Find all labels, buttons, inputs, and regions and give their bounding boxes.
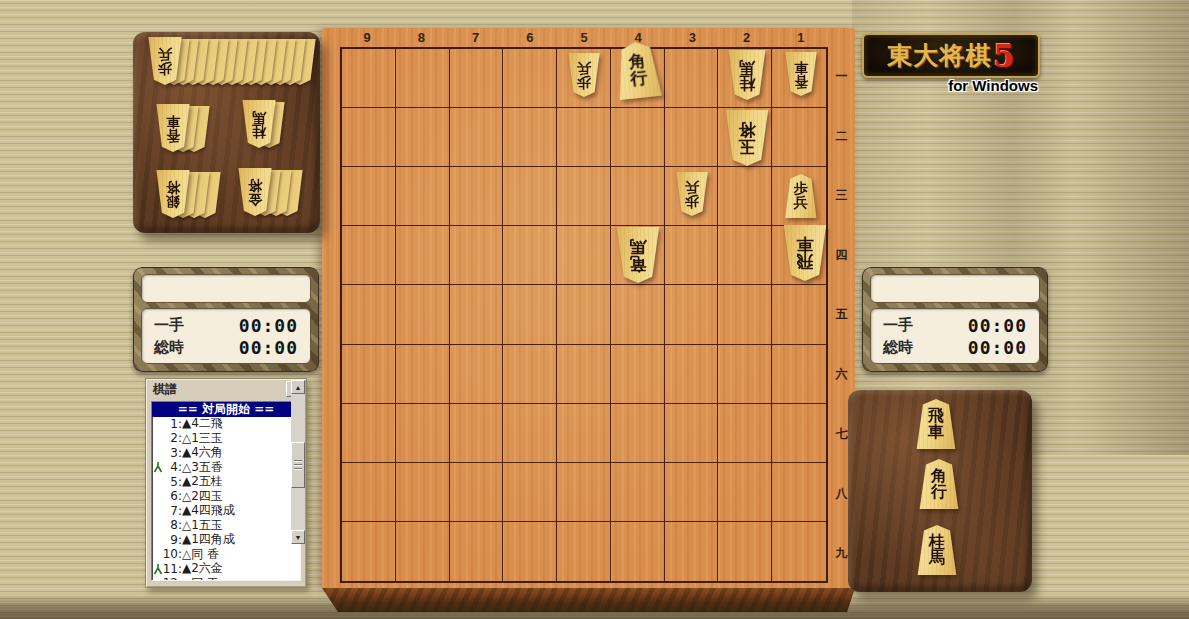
square-8五[interactable] [396,285,450,344]
piece-kanji: 兵 [577,61,591,75]
board-side-edge [322,588,855,612]
clock-panel-right: 一手 00:00 総時 00:00 [862,267,1048,372]
square-5九[interactable] [557,522,611,581]
kifu-move-number: 8: [152,518,182,532]
total-time-label: 総時 [154,338,184,357]
piece-face: 桂馬 [241,100,277,148]
kifu-move-number: 6: [152,489,182,503]
sente-hand-桂馬[interactable]: 桂馬 [916,525,958,575]
square-1六[interactable] [772,345,826,404]
square-3七[interactable] [665,404,719,463]
kifu-move-number: 7: [152,504,182,518]
rank-label-1: 一 [828,47,855,107]
piece-face: 香車 [784,52,818,96]
piece-face: 飛車 [915,399,957,449]
square-6五[interactable] [503,285,557,344]
kifu-move-number: 12: [152,576,182,581]
square-9八[interactable] [342,463,396,522]
square-4五[interactable] [611,285,665,344]
kifu-move-number: 9: [152,533,182,547]
piece-kanji: 馬 [739,59,755,75]
piece-kanji: 将 [166,180,180,194]
player-name-box [141,274,311,303]
square-5四[interactable] [557,226,611,285]
gote-hand-香車[interactable]: 香車 [155,104,191,152]
square-1二[interactable] [772,108,826,167]
file-label-7: 7 [448,29,502,46]
piece-kanji: 馬 [929,550,945,566]
square-9三[interactable] [342,167,396,226]
square-6七[interactable] [503,404,557,463]
square-4六[interactable] [611,345,665,404]
gote-hand-歩兵[interactable]: 歩兵 [147,37,183,85]
square-9九[interactable] [342,522,396,581]
square-2五[interactable] [718,285,772,344]
total-time: 00:00 [968,337,1027,358]
square-3八[interactable] [665,463,719,522]
total-time-label: 総時 [883,338,913,357]
gote-hand-金将[interactable]: 金将 [237,168,273,216]
kifu-move-number: 2: [152,431,182,445]
piece-kanji: 行 [630,69,649,87]
square-9一[interactable] [342,49,396,108]
board-piece-歩兵-5一[interactable]: 歩兵 [567,53,601,97]
kifu-row-12[interactable]: 12:△同 玉 [152,576,300,581]
square-6九[interactable] [503,522,557,581]
kifu-row-9[interactable]: 9:▲1四角成 [152,533,300,548]
square-3六[interactable] [665,345,719,404]
piece-face: 飛車 [782,225,828,281]
piece-kanji: 桂 [739,75,755,91]
square-8九[interactable] [396,522,450,581]
piece-kanji: 車 [928,424,944,440]
square-6六[interactable] [503,345,557,404]
kifu-window-title: 棋譜 [153,381,177,398]
square-6三[interactable] [503,167,557,226]
piece-kanji: 飛 [796,253,813,270]
square-6八[interactable] [503,463,557,522]
sente-captured-tray: 飛車角行桂馬 [848,390,1032,592]
file-label-6: 6 [503,29,557,46]
kifu-row-10[interactable]: 10:△同 香 [152,547,300,562]
square-9六[interactable] [342,345,396,404]
app-logo: 東大将棋 5 [862,33,1040,78]
board-piece-香車-1一[interactable]: 香車 [784,52,818,96]
piece-face: 玉将 [724,110,770,166]
file-label-1: 1 [774,29,828,46]
scroll-thumb[interactable] [291,442,305,488]
piece-kanji: 車 [796,237,813,254]
sente-hand-飛車[interactable]: 飛車 [915,399,957,449]
branch-icon [153,563,163,575]
board-piece-角行-4一[interactable]: 角行 [612,40,664,101]
board-piece-桂馬-2一[interactable]: 桂馬 [727,50,767,100]
piece-kanji: 馬 [252,110,266,124]
square-3五[interactable] [665,285,719,344]
square-6一[interactable] [503,49,557,108]
square-7八[interactable] [450,463,504,522]
logo-number-text: 5 [993,38,1015,74]
square-4八[interactable] [611,463,665,522]
piece-face: 歩兵 [567,53,601,97]
kifu-row-5[interactable]: 5:▲2五桂 [152,475,300,490]
square-4二[interactable] [611,108,665,167]
square-7二[interactable] [450,108,504,167]
kifu-row-3[interactable]: 3:▲4六角 [152,446,300,461]
rank-label-4: 四 [828,226,855,286]
square-2八[interactable] [718,463,772,522]
square-5三[interactable] [557,167,611,226]
per-move-time: 00:00 [968,315,1027,336]
per-move-label: 一手 [154,316,184,335]
rank-label-5: 五 [828,285,855,345]
square-4三[interactable] [611,167,665,226]
piece-kanji: 兵 [158,47,172,61]
piece-kanji: 香 [166,128,180,142]
time-box: 一手 00:00 総時 00:00 [141,308,311,364]
square-7六[interactable] [450,345,504,404]
piece-face: 歩兵 [784,174,818,218]
piece-kanji: 行 [931,484,947,500]
sente-hand-角行[interactable]: 角行 [918,459,960,509]
per-move-time: 00:00 [239,315,298,336]
square-8一[interactable] [396,49,450,108]
square-3二[interactable] [665,108,719,167]
board-piece-飛車-1四[interactable]: 飛車 [782,225,828,281]
square-2六[interactable] [718,345,772,404]
piece-face: 桂馬 [727,50,767,100]
square-9二[interactable] [342,108,396,167]
square-9五[interactable] [342,285,396,344]
file-labels: 987654321 [340,29,828,46]
square-7五[interactable] [450,285,504,344]
square-9四[interactable] [342,226,396,285]
square-8三[interactable] [396,167,450,226]
square-3一[interactable] [665,49,719,108]
scroll-down-icon[interactable]: ▼ [291,530,305,544]
square-6四[interactable] [503,226,557,285]
square-1七[interactable] [772,404,826,463]
piece-face: 金将 [237,168,273,216]
square-2四[interactable] [718,226,772,285]
square-5七[interactable] [557,404,611,463]
square-1九[interactable] [772,522,826,581]
file-label-9: 9 [340,29,394,46]
kifu-move-text: △同 玉 [182,575,219,581]
piece-face: 香車 [155,104,191,152]
piece-face: 角行 [918,459,960,509]
piece-kanji: 将 [248,178,262,192]
kifu-move-number: 1: [152,417,182,431]
square-3九[interactable] [665,522,719,581]
square-6二[interactable] [503,108,557,167]
board-piece-竜馬-4四[interactable]: 竜馬 [615,227,661,283]
total-time: 00:00 [239,337,298,358]
rank-label-2: 二 [828,107,855,167]
shogi-board: 987654321 一二三四五六七八九 歩兵角行桂馬香車玉将歩兵歩兵竜馬飛車 [322,28,855,588]
kifu-titlebar[interactable]: 棋譜 x [146,379,306,399]
logo-title-text: 東大将棋 [887,39,991,72]
rank-label-3: 三 [828,166,855,226]
player-name-box [870,274,1040,303]
piece-kanji: 歩 [158,61,172,75]
piece-kanji: 車 [794,60,808,74]
app-window: 987654321 一二三四五六七八九 歩兵角行桂馬香車玉将歩兵歩兵竜馬飛車 歩… [0,0,1189,619]
kifu-move-list[interactable]: == 対局開始 ==1:▲4二飛2:△1三玉3:▲4六角4:△3五香5:▲2五桂… [151,401,301,581]
clock-panel-left: 一手 00:00 総時 00:00 [133,267,319,372]
piece-face: 竜馬 [615,227,661,283]
piece-kanji: 竜 [630,255,647,272]
square-8八[interactable] [396,463,450,522]
square-4九[interactable] [611,522,665,581]
square-5二[interactable] [557,108,611,167]
square-7三[interactable] [450,167,504,226]
piece-face: 桂馬 [916,525,958,575]
square-7四[interactable] [450,226,504,285]
kifu-row-4[interactable]: 4:△3五香 [152,460,300,475]
piece-face: 歩兵 [147,37,183,85]
kifu-window: 棋譜 x == 対局開始 ==1:▲4二飛2:△1三玉3:▲4六角4:△3五香5… [145,378,307,588]
square-5五[interactable] [557,285,611,344]
square-1五[interactable] [772,285,826,344]
square-7一[interactable] [450,49,504,108]
scroll-up-icon[interactable]: ▲ [291,380,305,394]
kifu-move-number: 5: [152,475,182,489]
kifu-row-2[interactable]: 2:△1三玉 [152,431,300,446]
logo-subtitle: for Windows [862,77,1038,94]
square-8七[interactable] [396,404,450,463]
file-label-8: 8 [394,29,448,46]
piece-kanji: 馬 [630,239,647,256]
piece-kanji: 兵 [685,180,699,194]
piece-kanji: 銀 [166,194,180,208]
piece-face: 角行 [612,40,664,101]
square-1八[interactable] [772,463,826,522]
file-label-3: 3 [665,29,719,46]
square-9七[interactable] [342,404,396,463]
board-piece-歩兵-3三[interactable]: 歩兵 [675,172,709,216]
square-5六[interactable] [557,345,611,404]
square-3四[interactable] [665,226,719,285]
square-2七[interactable] [718,404,772,463]
kifu-row-11[interactable]: 11:▲2六金 [152,562,300,577]
square-4七[interactable] [611,404,665,463]
kifu-row-1[interactable]: 1:▲4二飛 [152,417,300,432]
square-8四[interactable] [396,226,450,285]
per-move-label: 一手 [883,316,913,335]
piece-kanji: 金 [248,192,262,206]
gote-hand-銀将[interactable]: 銀将 [155,170,191,218]
kifu-move-number: 10: [152,547,182,561]
square-7九[interactable] [450,522,504,581]
gote-captured-tray: 歩兵香車桂馬銀将金将 [133,32,320,233]
board-piece-歩兵-1三[interactable]: 歩兵 [784,174,818,218]
file-label-2: 2 [720,29,774,46]
piece-kanji: 桂 [252,124,266,138]
file-label-5: 5 [557,29,611,46]
square-8二[interactable] [396,108,450,167]
square-8六[interactable] [396,345,450,404]
kifu-row-0[interactable]: == 対局開始 == [152,402,300,417]
square-2九[interactable] [718,522,772,581]
branch-icon [153,461,163,473]
kifu-scrollbar[interactable]: ▲ ▼ [291,380,305,544]
piece-face: 銀将 [155,170,191,218]
square-7七[interactable] [450,404,504,463]
board-piece-玉将-2二[interactable]: 玉将 [724,110,770,166]
piece-kanji: 兵 [794,196,808,210]
piece-kanji: 将 [738,122,755,139]
piece-kanji: 玉 [738,138,755,155]
kifu-move-number: 3: [152,446,182,460]
gote-hand-桂馬[interactable]: 桂馬 [241,100,277,148]
square-5八[interactable] [557,463,611,522]
piece-kanji: 車 [166,114,180,128]
time-box: 一手 00:00 総時 00:00 [870,308,1040,364]
piece-face: 歩兵 [675,172,709,216]
kifu-row-7[interactable]: 7:▲4四飛成 [152,504,300,519]
square-2三[interactable] [718,167,772,226]
